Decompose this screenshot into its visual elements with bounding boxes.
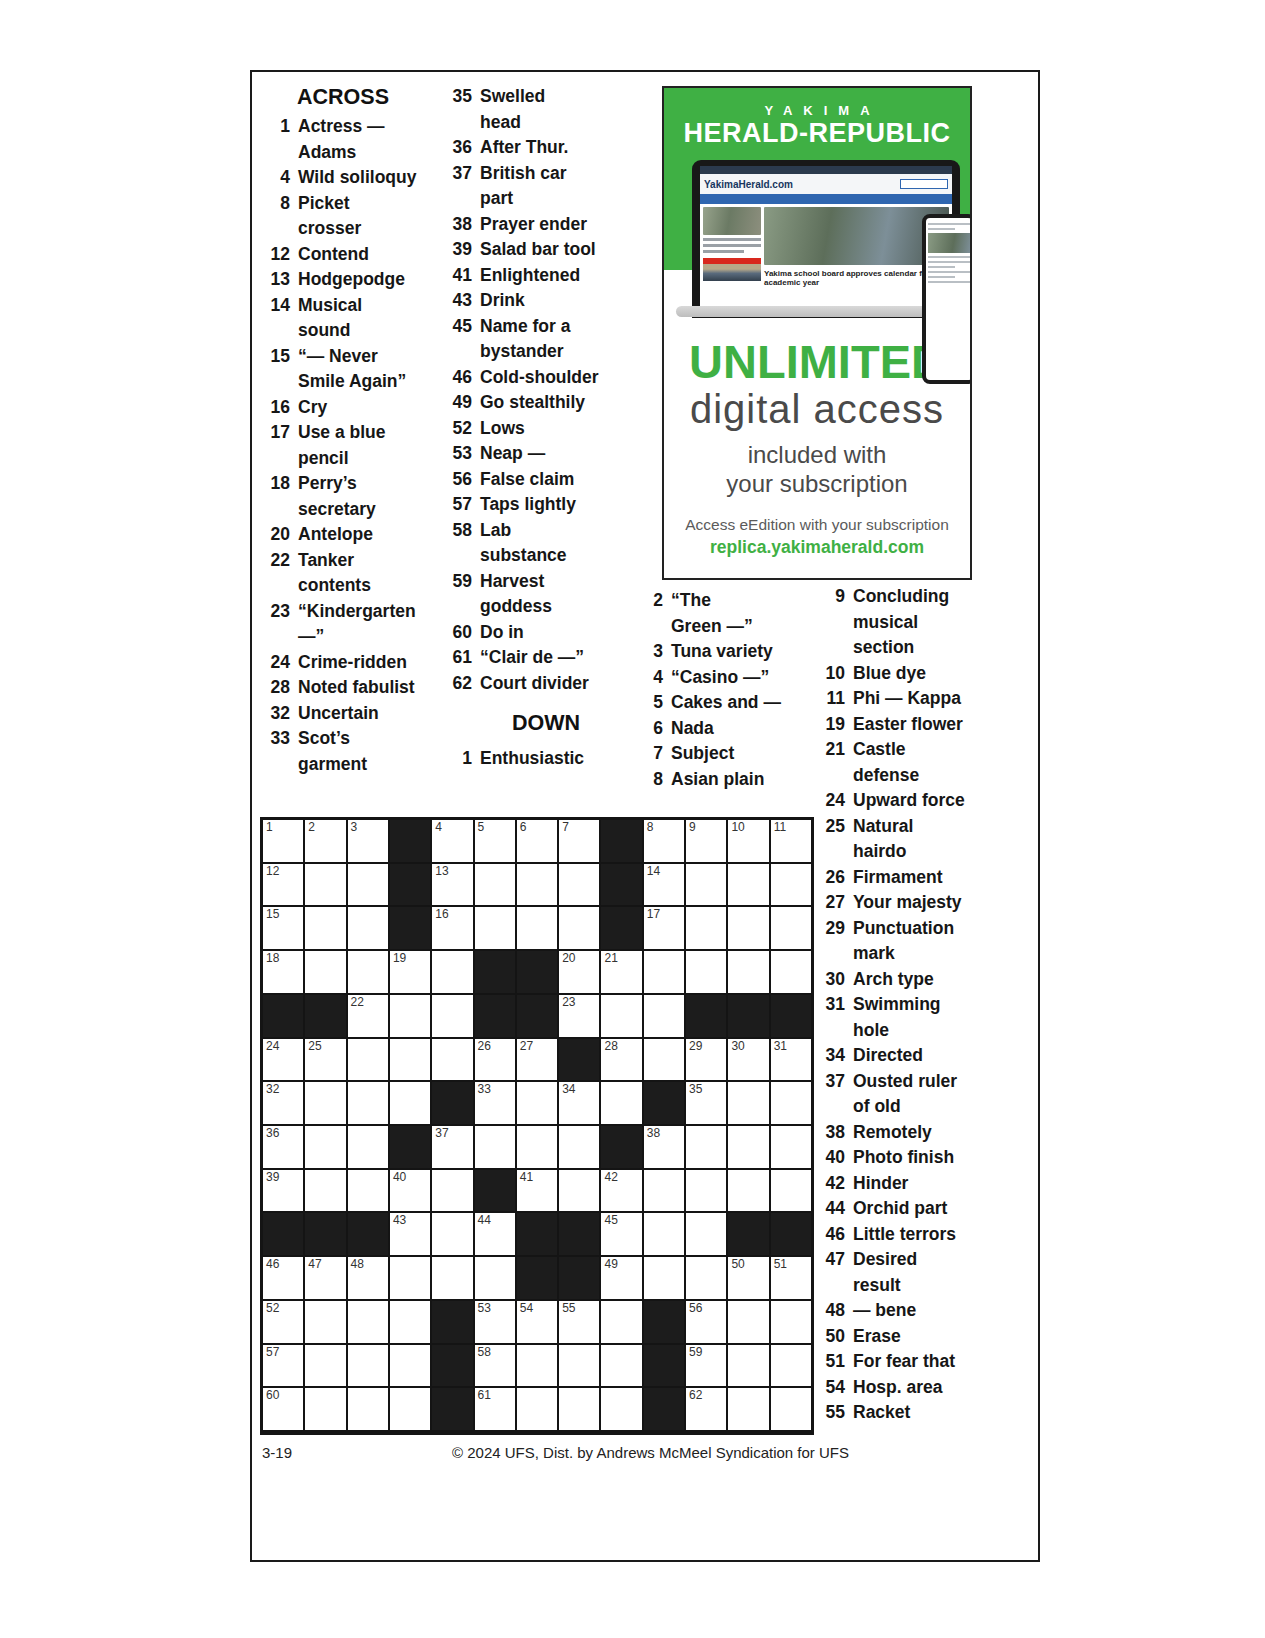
cell-number-24: 24 <box>266 1040 279 1053</box>
cell-number-41: 41 <box>520 1171 533 1184</box>
clue-text: False claim <box>480 467 574 493</box>
grid-cell-r14c1[interactable]: 60 <box>263 1388 303 1430</box>
grid-cell-r12c2[interactable] <box>305 1301 345 1343</box>
clue-text: Phi — Kappa <box>853 686 961 712</box>
cell-number-22: 22 <box>351 996 364 1009</box>
cell-number-31: 31 <box>774 1040 787 1053</box>
grid-cell-r3c13[interactable] <box>771 907 811 949</box>
cell-number-50: 50 <box>731 1258 744 1271</box>
grid-cell-r13c2[interactable] <box>305 1345 345 1387</box>
website-body: Yakima school board approves calendar fo… <box>700 204 952 312</box>
grid-cell-r2c12[interactable] <box>728 864 768 906</box>
black-cell-r10c13 <box>771 1213 811 1255</box>
grid-cell-r4c5[interactable] <box>432 951 472 993</box>
black-cell-r5c6 <box>475 995 515 1037</box>
across-clue-45: 45Name for a bystander <box>444 314 639 365</box>
grid-cell-r4c4[interactable]: 19 <box>390 951 430 993</box>
across-clue-52: 52Lows <box>444 416 639 442</box>
clue-number: 22 <box>262 548 298 599</box>
black-cell-r14c5 <box>432 1388 472 1430</box>
grid-cell-r4c12[interactable] <box>728 951 768 993</box>
grid-cell-r7c8[interactable]: 34 <box>559 1082 599 1124</box>
clue-number: 4 <box>262 165 298 191</box>
clue-number: 8 <box>635 767 671 793</box>
clue-text: Taps lightly <box>480 492 576 518</box>
black-cell-r10c8 <box>559 1213 599 1255</box>
grid-cell-r6c5[interactable] <box>432 1039 472 1081</box>
clue-text: Photo finish <box>853 1145 954 1171</box>
down-clues-column-0: 1Enthusiastic <box>444 746 639 772</box>
grid-cell-r6c3[interactable] <box>348 1039 388 1081</box>
grid-cell-r8c10[interactable]: 38 <box>644 1126 684 1168</box>
cell-number-35: 35 <box>689 1083 702 1096</box>
clue-text: Upward force <box>853 788 965 814</box>
grid-cell-r2c11[interactable] <box>686 864 726 906</box>
grid-cell-r9c13[interactable] <box>771 1170 811 1212</box>
across-clues-column-2: 35Swelled head36After Thur.37British car… <box>444 84 639 696</box>
grid-cell-r14c7[interactable] <box>517 1388 557 1430</box>
grid-cell-r11c3[interactable]: 48 <box>348 1257 388 1299</box>
grid-cell-r10c9[interactable]: 45 <box>601 1213 641 1255</box>
down-clue-31: 31Swimming hole <box>817 992 1012 1043</box>
grid-cell-r6c13[interactable]: 31 <box>771 1039 811 1081</box>
cell-number-53: 53 <box>478 1302 491 1315</box>
grid-cell-r12c3[interactable] <box>348 1301 388 1343</box>
clue-number: 15 <box>262 344 298 395</box>
grid-cell-r3c5[interactable]: 16 <box>432 907 472 949</box>
clue-text: Tanker contents <box>298 548 371 599</box>
grid-cell-r14c3[interactable] <box>348 1388 388 1430</box>
clue-text: Directed <box>853 1043 923 1069</box>
clue-text: Blue dye <box>853 661 926 687</box>
grid-cell-r1c11[interactable]: 9 <box>686 820 726 862</box>
grid-cell-r8c5[interactable]: 37 <box>432 1126 472 1168</box>
grid-cell-r13c3[interactable] <box>348 1345 388 1387</box>
across-clue-32: 32Uncertain <box>262 701 457 727</box>
cell-number-52: 52 <box>266 1302 279 1315</box>
clue-text: Wild soliloquy <box>298 165 416 191</box>
clue-number: 36 <box>444 135 480 161</box>
black-cell-r5c11 <box>686 995 726 1037</box>
cell-number-46: 46 <box>266 1258 279 1271</box>
cell-number-6: 6 <box>520 821 527 834</box>
website-navbar <box>700 194 952 204</box>
grid-cell-r4c9[interactable]: 21 <box>601 951 641 993</box>
grid-cell-r9c5[interactable] <box>432 1170 472 1212</box>
grid-cell-r7c6[interactable]: 33 <box>475 1082 515 1124</box>
grid-cell-r13c13[interactable] <box>771 1345 811 1387</box>
clue-text: Prayer ender <box>480 212 587 238</box>
down-clue-25: 25Natural hairdo <box>817 814 1012 865</box>
grid-cell-r1c5[interactable]: 4 <box>432 820 472 862</box>
across-clue-8: 8Picket crosser <box>262 191 457 242</box>
grid-cell-r14c6[interactable]: 61 <box>475 1388 515 1430</box>
grid-cell-r3c10[interactable]: 17 <box>644 907 684 949</box>
across-clue-39: 39Salad bar tool <box>444 237 639 263</box>
across-clue-20: 20Antelope <box>262 522 457 548</box>
black-cell-r11c8 <box>559 1257 599 1299</box>
clue-number: 28 <box>262 675 298 701</box>
cell-number-58: 58 <box>478 1346 491 1359</box>
clue-number: 19 <box>817 712 853 738</box>
down-clue-26: 26Firmament <box>817 865 1012 891</box>
cell-number-59: 59 <box>689 1346 702 1359</box>
clue-text: Your majesty <box>853 890 962 916</box>
grid-cell-r10c5[interactable] <box>432 1213 472 1255</box>
grid-cell-r7c7[interactable] <box>517 1082 557 1124</box>
grid-cell-r9c2[interactable] <box>305 1170 345 1212</box>
clue-text: Swimming hole <box>853 992 941 1043</box>
grid-cell-r6c12[interactable]: 30 <box>728 1039 768 1081</box>
grid-cell-r5c9[interactable] <box>601 995 641 1037</box>
cell-number-12: 12 <box>266 865 279 878</box>
ad-masthead-city: YAKIMA <box>664 103 970 118</box>
phone-photo <box>928 233 970 253</box>
black-cell-r5c2 <box>305 995 345 1037</box>
down-clue-37: 37Ousted ruler of old <box>817 1069 1012 1120</box>
across-clue-13: 13Hodgepodge <box>262 267 457 293</box>
black-cell-r8c4 <box>390 1126 430 1168</box>
grid-cell-r6c1[interactable]: 24 <box>263 1039 303 1081</box>
grid-cell-r1c13[interactable]: 11 <box>771 820 811 862</box>
down-clue-44: 44Orchid part <box>817 1196 1012 1222</box>
down-clue-4: 4“Casino —” <box>635 665 830 691</box>
down-clues-column-2: 9Concluding musical section10Blue dye11P… <box>817 584 1012 1426</box>
clue-text: Desired result <box>853 1247 917 1298</box>
grid-cell-r5c10[interactable] <box>644 995 684 1037</box>
grid-cell-r8c11[interactable] <box>686 1126 726 1168</box>
grid-cell-r2c10[interactable]: 14 <box>644 864 684 906</box>
grid-cell-r3c11[interactable] <box>686 907 726 949</box>
grid-cell-r8c2[interactable] <box>305 1126 345 1168</box>
grid-cell-r14c9[interactable] <box>601 1388 641 1430</box>
cell-number-8: 8 <box>647 821 654 834</box>
clue-number: 58 <box>444 518 480 569</box>
grid-cell-r3c8[interactable] <box>559 907 599 949</box>
cell-number-56: 56 <box>689 1302 702 1315</box>
grid-cell-r4c11[interactable] <box>686 951 726 993</box>
grid-cell-r1c1[interactable]: 1 <box>263 820 303 862</box>
cell-number-40: 40 <box>393 1171 406 1184</box>
grid-cell-r2c1[interactable]: 12 <box>263 864 303 906</box>
grid-cell-r7c4[interactable] <box>390 1082 430 1124</box>
grid-cell-r4c3[interactable] <box>348 951 388 993</box>
clue-number: 33 <box>262 726 298 777</box>
grid-cell-r9c12[interactable] <box>728 1170 768 1212</box>
across-clue-22: 22Tanker contents <box>262 548 457 599</box>
grid-cell-r9c10[interactable] <box>644 1170 684 1212</box>
grid-cell-r2c8[interactable] <box>559 864 599 906</box>
down-clue-10: 10Blue dye <box>817 661 1012 687</box>
grid-cell-r8c3[interactable] <box>348 1126 388 1168</box>
cell-number-14: 14 <box>647 865 660 878</box>
grid-cell-r12c11[interactable]: 56 <box>686 1301 726 1343</box>
grid-cell-r14c11[interactable]: 62 <box>686 1388 726 1430</box>
subscription-ad: YAKIMA HERALD-REPUBLIC YakimaHerald.com <box>662 86 972 580</box>
cell-number-48: 48 <box>351 1258 364 1271</box>
cell-number-29: 29 <box>689 1040 702 1053</box>
clue-number: 9 <box>817 584 853 661</box>
across-clue-56: 56False claim <box>444 467 639 493</box>
grid-cell-r11c12[interactable]: 50 <box>728 1257 768 1299</box>
clue-number: 61 <box>444 645 480 671</box>
grid-cell-r7c13[interactable] <box>771 1082 811 1124</box>
grid-cell-r7c3[interactable] <box>348 1082 388 1124</box>
across-clue-18: 18Perry’s secretary <box>262 471 457 522</box>
grid-cell-r1c8[interactable]: 7 <box>559 820 599 862</box>
grid-cell-r13c7[interactable] <box>517 1345 557 1387</box>
grid-cell-r4c13[interactable] <box>771 951 811 993</box>
down-header: DOWN <box>512 710 580 736</box>
clue-text: Hinder <box>853 1171 908 1197</box>
grid-cell-r14c12[interactable] <box>728 1388 768 1430</box>
black-cell-r10c3 <box>348 1213 388 1255</box>
grid-cell-r12c13[interactable] <box>771 1301 811 1343</box>
cell-number-60: 60 <box>266 1389 279 1402</box>
grid-cell-r12c7[interactable]: 54 <box>517 1301 557 1343</box>
grid-cell-r2c7[interactable] <box>517 864 557 906</box>
grid-cell-r4c8[interactable]: 20 <box>559 951 599 993</box>
grid-cell-r11c10[interactable] <box>644 1257 684 1299</box>
cell-number-19: 19 <box>393 952 406 965</box>
clue-number: 11 <box>817 686 853 712</box>
news-photo-small <box>703 207 761 235</box>
grid-cell-r10c10[interactable] <box>644 1213 684 1255</box>
clue-text: Tuna variety <box>671 639 773 665</box>
clue-text: Cry <box>298 395 327 421</box>
grid-cell-r7c2[interactable] <box>305 1082 345 1124</box>
grid-cell-r13c12[interactable] <box>728 1345 768 1387</box>
cell-number-37: 37 <box>435 1127 448 1140</box>
grid-cell-r12c9[interactable] <box>601 1301 641 1343</box>
grid-cell-r11c5[interactable] <box>432 1257 472 1299</box>
grid-cell-r8c12[interactable] <box>728 1126 768 1168</box>
grid-cell-r4c2[interactable] <box>305 951 345 993</box>
cell-number-28: 28 <box>604 1040 617 1053</box>
website-masthead: YakimaHerald.com <box>700 174 952 194</box>
across-clue-53: 53Neap — <box>444 441 639 467</box>
grid-cell-r12c12[interactable] <box>728 1301 768 1343</box>
grid-cell-r14c4[interactable] <box>390 1388 430 1430</box>
black-cell-r10c2 <box>305 1213 345 1255</box>
across-clue-41: 41Enlightened <box>444 263 639 289</box>
clue-text: Drink <box>480 288 525 314</box>
grid-cell-r2c13[interactable] <box>771 864 811 906</box>
grid-cell-r1c2[interactable]: 2 <box>305 820 345 862</box>
grid-cell-r6c10[interactable] <box>644 1039 684 1081</box>
cell-number-20: 20 <box>562 952 575 965</box>
clue-number: 16 <box>262 395 298 421</box>
grid-cell-r3c3[interactable] <box>348 907 388 949</box>
grid-cell-r13c9[interactable] <box>601 1345 641 1387</box>
grid-cell-r11c4[interactable] <box>390 1257 430 1299</box>
across-clue-28: 28Noted fabulist <box>262 675 457 701</box>
grid-cell-r8c1[interactable]: 36 <box>263 1126 303 1168</box>
clue-number: 17 <box>262 420 298 471</box>
grid-cell-r10c4[interactable]: 43 <box>390 1213 430 1255</box>
grid-cell-r10c6[interactable]: 44 <box>475 1213 515 1255</box>
clue-number: 10 <box>817 661 853 687</box>
clue-text: Lab substance <box>480 518 567 569</box>
grid-cell-r1c12[interactable]: 10 <box>728 820 768 862</box>
grid-cell-r11c9[interactable]: 49 <box>601 1257 641 1299</box>
clue-text: Go stealthily <box>480 390 585 416</box>
grid-cell-r2c5[interactable]: 13 <box>432 864 472 906</box>
down-clue-50: 50Erase <box>817 1324 1012 1350</box>
down-clue-54: 54Hosp. area <box>817 1375 1012 1401</box>
clue-number: 55 <box>817 1400 853 1426</box>
cell-number-16: 16 <box>435 908 448 921</box>
down-clue-24: 24Upward force <box>817 788 1012 814</box>
clue-text: Cold-shoulder <box>480 365 599 391</box>
grid-cell-r10c11[interactable] <box>686 1213 726 1255</box>
phone-mockup <box>922 214 972 384</box>
grid-cell-r9c11[interactable] <box>686 1170 726 1212</box>
across-clue-12: 12Contend <box>262 242 457 268</box>
cell-number-26: 26 <box>478 1040 491 1053</box>
grid-cell-r7c9[interactable] <box>601 1082 641 1124</box>
grid-cell-r13c11[interactable]: 59 <box>686 1345 726 1387</box>
grid-cell-r3c2[interactable] <box>305 907 345 949</box>
grid-cell-r14c13[interactable] <box>771 1388 811 1430</box>
grid-cell-r8c6[interactable] <box>475 1126 515 1168</box>
clue-text: Scot’s garment <box>298 726 367 777</box>
clue-text: Hodgepodge <box>298 267 405 293</box>
grid-cell-r5c8[interactable]: 23 <box>559 995 599 1037</box>
grid-cell-r4c10[interactable] <box>644 951 684 993</box>
grid-cell-r1c3[interactable]: 3 <box>348 820 388 862</box>
clue-number: 14 <box>262 293 298 344</box>
grid-cell-r6c2[interactable]: 25 <box>305 1039 345 1081</box>
grid-cell-r3c12[interactable] <box>728 907 768 949</box>
browser-menubar <box>700 166 952 174</box>
clue-number: 27 <box>817 890 853 916</box>
black-cell-r13c10 <box>644 1345 684 1387</box>
grid-cell-r11c1[interactable]: 46 <box>263 1257 303 1299</box>
grid-cell-r1c6[interactable]: 5 <box>475 820 515 862</box>
grid-cell-r14c8[interactable] <box>559 1388 599 1430</box>
across-clue-23: 23“Kindergarten —” <box>262 599 457 650</box>
grid-cell-r6c11[interactable]: 29 <box>686 1039 726 1081</box>
cell-number-15: 15 <box>266 908 279 921</box>
black-cell-r5c12 <box>728 995 768 1037</box>
grid-cell-r5c4[interactable] <box>390 995 430 1037</box>
grid-cell-r9c3[interactable] <box>348 1170 388 1212</box>
clue-number: 24 <box>817 788 853 814</box>
black-cell-r4c7 <box>517 951 557 993</box>
grid-cell-r3c7[interactable] <box>517 907 557 949</box>
grid-cell-r11c11[interactable] <box>686 1257 726 1299</box>
black-cell-r4c6 <box>475 951 515 993</box>
across-clue-38: 38Prayer ender <box>444 212 639 238</box>
clue-number: 59 <box>444 569 480 620</box>
grid-cell-r13c1[interactable]: 57 <box>263 1345 303 1387</box>
search-box <box>900 179 948 189</box>
grid-cell-r6c9[interactable]: 28 <box>601 1039 641 1081</box>
clue-text: Court divider <box>480 671 589 697</box>
clue-text: Musical sound <box>298 293 362 344</box>
cell-number-38: 38 <box>647 1127 660 1140</box>
black-cell-r7c10 <box>644 1082 684 1124</box>
clue-text: Perry’s secretary <box>298 471 376 522</box>
grid-cell-r13c8[interactable] <box>559 1345 599 1387</box>
grid-cell-r12c8[interactable]: 55 <box>559 1301 599 1343</box>
grid-cell-r9c1[interactable]: 39 <box>263 1170 303 1212</box>
clue-text: Firmament <box>853 865 942 891</box>
grid-cell-r9c7[interactable]: 41 <box>517 1170 557 1212</box>
grid-cell-r7c1[interactable]: 32 <box>263 1082 303 1124</box>
grid-cell-r11c2[interactable]: 47 <box>305 1257 345 1299</box>
black-cell-r12c5 <box>432 1301 472 1343</box>
cell-number-42: 42 <box>604 1171 617 1184</box>
grid-cell-r5c5[interactable] <box>432 995 472 1037</box>
across-clue-36: 36After Thur. <box>444 135 639 161</box>
grid-cell-r2c6[interactable] <box>475 864 515 906</box>
clue-text: Asian plain <box>671 767 764 793</box>
grid-cell-r14c2[interactable] <box>305 1388 345 1430</box>
down-clue-2: 2“The Green —” <box>635 588 830 639</box>
grid-cell-r1c7[interactable]: 6 <box>517 820 557 862</box>
grid-cell-r9c9[interactable]: 42 <box>601 1170 641 1212</box>
grid-cell-r3c1[interactable]: 15 <box>263 907 303 949</box>
grid-cell-r11c6[interactable] <box>475 1257 515 1299</box>
clue-number: 2 <box>635 588 671 639</box>
grid-cell-r13c6[interactable]: 58 <box>475 1345 515 1387</box>
clue-number: 18 <box>262 471 298 522</box>
cell-number-32: 32 <box>266 1083 279 1096</box>
cell-number-61: 61 <box>478 1389 491 1402</box>
grid-cell-r13c4[interactable] <box>390 1345 430 1387</box>
grid-cell-r11c13[interactable]: 51 <box>771 1257 811 1299</box>
cell-number-36: 36 <box>266 1127 279 1140</box>
grid-cell-r6c7[interactable]: 27 <box>517 1039 557 1081</box>
grid-cell-r7c12[interactable] <box>728 1082 768 1124</box>
grid-cell-r7c11[interactable]: 35 <box>686 1082 726 1124</box>
clue-text: Lows <box>480 416 525 442</box>
across-clue-16: 16Cry <box>262 395 457 421</box>
grid-cell-r5c3[interactable]: 22 <box>348 995 388 1037</box>
grid-cell-r9c4[interactable]: 40 <box>390 1170 430 1212</box>
grid-cell-r6c6[interactable]: 26 <box>475 1039 515 1081</box>
clue-text: Arch type <box>853 967 934 993</box>
grid-cell-r6c4[interactable] <box>390 1039 430 1081</box>
grid-cell-r12c6[interactable]: 53 <box>475 1301 515 1343</box>
grid-cell-r8c8[interactable] <box>559 1126 599 1168</box>
down-clue-34: 34Directed <box>817 1043 1012 1069</box>
grid-cell-r4c1[interactable]: 18 <box>263 951 303 993</box>
grid-cell-r2c2[interactable] <box>305 864 345 906</box>
grid-cell-r8c7[interactable] <box>517 1126 557 1168</box>
cell-number-18: 18 <box>266 952 279 965</box>
grid-cell-r8c13[interactable] <box>771 1126 811 1168</box>
ad-headline-digital-access: digital access <box>664 388 970 430</box>
cell-number-34: 34 <box>562 1083 575 1096</box>
grid-cell-r12c1[interactable]: 52 <box>263 1301 303 1343</box>
grid-cell-r2c3[interactable] <box>348 864 388 906</box>
grid-cell-r1c10[interactable]: 8 <box>644 820 684 862</box>
cell-number-7: 7 <box>562 821 569 834</box>
black-cell-r2c4 <box>390 864 430 906</box>
grid-cell-r12c4[interactable] <box>390 1301 430 1343</box>
black-cell-r10c7 <box>517 1213 557 1255</box>
website-left-column <box>703 207 761 309</box>
grid-cell-r9c8[interactable] <box>559 1170 599 1212</box>
clue-text: Noted fabulist <box>298 675 415 701</box>
clue-text: Nada <box>671 716 714 742</box>
clue-number: 34 <box>817 1043 853 1069</box>
clue-text: Cakes and — <box>671 690 781 716</box>
grid-cell-r3c6[interactable] <box>475 907 515 949</box>
